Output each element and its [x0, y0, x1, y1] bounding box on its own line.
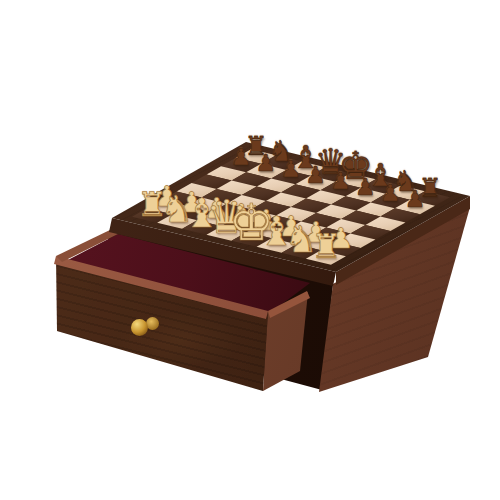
piece-black-pawn-h7[interactable]: ♟: [405, 187, 426, 210]
piece-black-pawn-e7[interactable]: ♟: [330, 169, 351, 192]
piece-black-pawn-c7[interactable]: ♟: [280, 157, 301, 180]
piece-black-pawn-d7[interactable]: ♟: [305, 163, 326, 186]
piece-black-pawn-f7[interactable]: ♟: [355, 175, 376, 198]
piece-white-rook-h1[interactable]: ♜: [311, 229, 341, 263]
piece-black-pawn-g7[interactable]: ♟: [380, 181, 401, 204]
piece-black-pawn-a7[interactable]: ♟: [231, 145, 252, 168]
brass-knob[interactable]: [131, 319, 148, 336]
chess-drawer-box-photo: ♜♞♝♛♚♝♞♜♟♟♟♟♟♟♟♟♟♟♟♟♟♟♟♟♜♞♝♛♚♝♞♜: [0, 0, 500, 500]
piece-black-pawn-b7[interactable]: ♟: [256, 151, 277, 174]
